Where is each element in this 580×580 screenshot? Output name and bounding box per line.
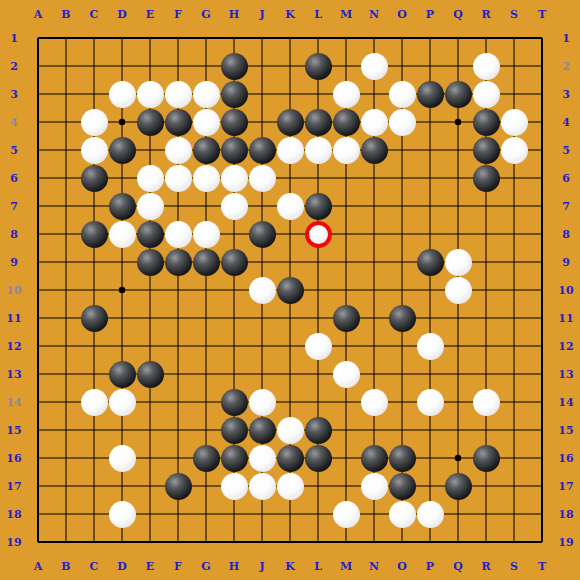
stone-black-D5[interactable] <box>109 137 136 164</box>
stone-black-D7[interactable] <box>109 193 136 220</box>
coord-label-bottom-L: L <box>314 561 322 572</box>
coord-label-top-T: T <box>538 9 546 20</box>
stone-white-J6[interactable] <box>249 165 276 192</box>
stone-white-F3[interactable] <box>165 81 192 108</box>
stone-black-O16[interactable] <box>389 445 416 472</box>
coord-label-bottom-J: J <box>259 561 264 572</box>
stone-white-M5[interactable] <box>333 137 360 164</box>
stone-white-D18[interactable] <box>109 501 136 528</box>
stone-black-D13[interactable] <box>109 361 136 388</box>
stone-black-R4[interactable] <box>473 109 500 136</box>
stone-white-E3[interactable] <box>137 81 164 108</box>
stone-black-E8[interactable] <box>137 221 164 248</box>
coord-label-left-5: 5 <box>10 145 18 156</box>
stone-white-R14[interactable] <box>473 389 500 416</box>
coord-label-top-L: L <box>314 9 322 20</box>
stone-black-K10[interactable] <box>277 277 304 304</box>
stone-white-K7[interactable] <box>277 193 304 220</box>
stone-white-M18[interactable] <box>333 501 360 528</box>
stone-black-O17[interactable] <box>389 473 416 500</box>
coord-label-top-J: J <box>259 9 264 20</box>
stone-black-H16[interactable] <box>221 445 248 472</box>
coord-label-bottom-R: R <box>481 561 490 572</box>
stone-white-G8[interactable] <box>193 221 220 248</box>
stone-white-S4[interactable] <box>501 109 528 136</box>
stone-black-Q17[interactable] <box>445 473 472 500</box>
coord-label-right-7: 7 <box>562 201 570 212</box>
coord-label-right-9: 9 <box>562 257 570 268</box>
stone-white-J16[interactable] <box>249 445 276 472</box>
coord-label-right-17: 17 <box>558 481 573 492</box>
coord-label-left-8: 8 <box>10 229 18 240</box>
stone-black-P3[interactable] <box>417 81 444 108</box>
stone-black-K4[interactable] <box>277 109 304 136</box>
stone-black-L15[interactable] <box>305 417 332 444</box>
coord-label-right-10: 10 <box>558 285 573 296</box>
stone-white-K5[interactable] <box>277 137 304 164</box>
coord-label-top-K: K <box>285 9 295 20</box>
stone-white-R2[interactable] <box>473 53 500 80</box>
stone-black-C11[interactable] <box>81 305 108 332</box>
stone-white-H17[interactable] <box>221 473 248 500</box>
stone-white-K17[interactable] <box>277 473 304 500</box>
coord-label-bottom-C: C <box>90 561 99 572</box>
stone-white-D16[interactable] <box>109 445 136 472</box>
coord-label-left-3: 3 <box>10 89 18 100</box>
stone-black-L2[interactable] <box>305 53 332 80</box>
coord-label-right-14: 14 <box>558 397 573 408</box>
stone-black-M4[interactable] <box>333 109 360 136</box>
stone-black-J8[interactable] <box>249 221 276 248</box>
coord-label-left-15: 15 <box>6 425 21 436</box>
stone-white-J14[interactable] <box>249 389 276 416</box>
stone-white-D14[interactable] <box>109 389 136 416</box>
stone-white-C14[interactable] <box>81 389 108 416</box>
stone-white-R3[interactable] <box>473 81 500 108</box>
stone-white-N14[interactable] <box>361 389 388 416</box>
coord-label-left-6: 6 <box>10 173 18 184</box>
coord-label-bottom-O: O <box>397 561 407 572</box>
stone-white-P18[interactable] <box>417 501 444 528</box>
coord-label-top-M: M <box>340 9 352 20</box>
stone-white-C5[interactable] <box>81 137 108 164</box>
coord-label-bottom-B: B <box>61 561 70 572</box>
stone-white-F5[interactable] <box>165 137 192 164</box>
stone-white-G3[interactable] <box>193 81 220 108</box>
coord-label-left-13: 13 <box>6 369 21 380</box>
coord-label-top-N: N <box>369 9 379 20</box>
stone-black-H4[interactable] <box>221 109 248 136</box>
stone-black-R16[interactable] <box>473 445 500 472</box>
coord-label-top-H: H <box>229 9 239 20</box>
stone-black-G5[interactable] <box>193 137 220 164</box>
coord-label-right-6: 6 <box>562 173 570 184</box>
stone-white-G4[interactable] <box>193 109 220 136</box>
stone-white-P14[interactable] <box>417 389 444 416</box>
stone-white-O18[interactable] <box>389 501 416 528</box>
stone-white-E7[interactable] <box>137 193 164 220</box>
stone-white-J17[interactable] <box>249 473 276 500</box>
stone-black-H3[interactable] <box>221 81 248 108</box>
coord-label-left-12: 12 <box>6 341 21 352</box>
coord-label-left-19: 19 <box>6 537 21 548</box>
stone-black-H5[interactable] <box>221 137 248 164</box>
stone-white-M3[interactable] <box>333 81 360 108</box>
stone-black-H9[interactable] <box>221 249 248 276</box>
stone-black-L4[interactable] <box>305 109 332 136</box>
stone-black-G9[interactable] <box>193 249 220 276</box>
stone-white-C4[interactable] <box>81 109 108 136</box>
stone-black-N5[interactable] <box>361 137 388 164</box>
coord-label-right-13: 13 <box>558 369 573 380</box>
stone-black-J5[interactable] <box>249 137 276 164</box>
coord-label-top-A: A <box>34 9 43 20</box>
stone-white-H6[interactable] <box>221 165 248 192</box>
stone-white-K15[interactable] <box>277 417 304 444</box>
stone-white-Q9[interactable] <box>445 249 472 276</box>
stone-black-C8[interactable] <box>81 221 108 248</box>
stone-white-N4[interactable] <box>361 109 388 136</box>
stone-white-L5[interactable] <box>305 137 332 164</box>
coord-label-right-11: 11 <box>558 313 573 324</box>
stone-black-E4[interactable] <box>137 109 164 136</box>
stone-white-Q10[interactable] <box>445 277 472 304</box>
stone-black-N16[interactable] <box>361 445 388 472</box>
coord-label-right-16: 16 <box>558 453 573 464</box>
go-board-page: AABBCCDDEEFFGGHHJJKKLLMMNNOOPPQQRRSSTT11… <box>0 0 580 580</box>
stone-black-M11[interactable] <box>333 305 360 332</box>
stone-white-E6[interactable] <box>137 165 164 192</box>
coord-label-right-3: 3 <box>562 89 570 100</box>
stone-black-E13[interactable] <box>137 361 164 388</box>
coord-label-bottom-K: K <box>285 561 295 572</box>
coord-label-bottom-M: M <box>340 561 352 572</box>
stone-black-Q3[interactable] <box>445 81 472 108</box>
stone-white-O4[interactable] <box>389 109 416 136</box>
coord-label-right-1: 1 <box>562 33 570 44</box>
coord-label-bottom-N: N <box>369 561 379 572</box>
coord-label-left-1: 1 <box>10 33 18 44</box>
stone-black-H2[interactable] <box>221 53 248 80</box>
coord-label-right-2: 2 <box>562 61 570 72</box>
coord-label-top-E: E <box>146 9 154 20</box>
stone-white-O3[interactable] <box>389 81 416 108</box>
stone-black-J15[interactable] <box>249 417 276 444</box>
coord-label-left-4: 4 <box>10 117 18 128</box>
stone-black-O11[interactable] <box>389 305 416 332</box>
coord-label-left-17: 17 <box>6 481 21 492</box>
coord-label-top-O: O <box>397 9 407 20</box>
coord-label-left-2: 2 <box>10 61 18 72</box>
stone-white-M13[interactable] <box>333 361 360 388</box>
coord-label-top-S: S <box>510 9 518 20</box>
coord-label-top-F: F <box>174 9 182 20</box>
coord-label-top-G: G <box>201 9 210 20</box>
coord-label-left-14: 14 <box>6 397 21 408</box>
stone-white-H7[interactable] <box>221 193 248 220</box>
coord-label-bottom-G: G <box>201 561 210 572</box>
coord-label-bottom-F: F <box>174 561 182 572</box>
stone-white-D8[interactable] <box>109 221 136 248</box>
coord-label-top-C: C <box>90 9 99 20</box>
stone-white-S5[interactable] <box>501 137 528 164</box>
stone-white-F8[interactable] <box>165 221 192 248</box>
coord-label-right-12: 12 <box>558 341 573 352</box>
coord-label-left-7: 7 <box>10 201 18 212</box>
coord-label-right-15: 15 <box>558 425 573 436</box>
coord-label-right-18: 18 <box>558 509 573 520</box>
stone-black-F17[interactable] <box>165 473 192 500</box>
stone-black-C6[interactable] <box>81 165 108 192</box>
stone-white-P12[interactable] <box>417 333 444 360</box>
stone-white-L12[interactable] <box>305 333 332 360</box>
stone-black-G16[interactable] <box>193 445 220 472</box>
stone-black-F9[interactable] <box>165 249 192 276</box>
stone-black-H15[interactable] <box>221 417 248 444</box>
coord-label-bottom-Q: Q <box>453 561 463 572</box>
coord-label-right-8: 8 <box>562 229 570 240</box>
stone-black-R6[interactable] <box>473 165 500 192</box>
coord-label-left-9: 9 <box>10 257 18 268</box>
coord-label-left-18: 18 <box>6 509 21 520</box>
stone-white-L8-last-move-marker[interactable] <box>305 221 332 248</box>
stone-black-E9[interactable] <box>137 249 164 276</box>
coord-label-bottom-S: S <box>510 561 518 572</box>
coord-label-left-16: 16 <box>6 453 21 464</box>
coord-label-left-11: 11 <box>6 313 21 324</box>
stone-black-P9[interactable] <box>417 249 444 276</box>
stone-black-R5[interactable] <box>473 137 500 164</box>
coord-label-right-5: 5 <box>562 145 570 156</box>
coord-label-bottom-E: E <box>146 561 154 572</box>
coord-label-right-4: 4 <box>562 117 570 128</box>
coord-label-bottom-D: D <box>117 561 127 572</box>
go-board[interactable] <box>24 24 556 556</box>
stone-white-N2[interactable] <box>361 53 388 80</box>
coord-label-top-R: R <box>481 9 490 20</box>
coord-label-bottom-A: A <box>34 561 43 572</box>
stone-white-F6[interactable] <box>165 165 192 192</box>
coord-label-top-D: D <box>117 9 127 20</box>
coord-label-bottom-H: H <box>229 561 239 572</box>
coord-label-top-P: P <box>426 9 434 20</box>
stone-black-H14[interactable] <box>221 389 248 416</box>
coord-label-bottom-T: T <box>538 561 546 572</box>
stone-black-L7[interactable] <box>305 193 332 220</box>
coord-label-right-19: 19 <box>558 537 573 548</box>
coord-label-bottom-P: P <box>426 561 434 572</box>
coord-label-left-10: 10 <box>6 285 21 296</box>
stone-black-L16[interactable] <box>305 445 332 472</box>
stone-white-J10[interactable] <box>249 277 276 304</box>
stone-black-K16[interactable] <box>277 445 304 472</box>
coord-label-top-Q: Q <box>453 9 463 20</box>
stone-black-F4[interactable] <box>165 109 192 136</box>
stone-white-D3[interactable] <box>109 81 136 108</box>
stone-white-N17[interactable] <box>361 473 388 500</box>
stone-white-G6[interactable] <box>193 165 220 192</box>
coord-label-top-B: B <box>61 9 70 20</box>
